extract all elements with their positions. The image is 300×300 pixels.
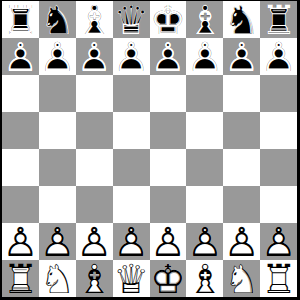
square-e1[interactable]: ♚♔ <box>150 260 187 297</box>
pawn-glyph-outline: ♙ <box>2 223 39 260</box>
square-e2[interactable]: ♟♙ <box>150 223 187 260</box>
piece-black-bishop: ♝♗ <box>76 1 113 38</box>
square-h6[interactable] <box>260 75 297 112</box>
pawn-glyph-outline: ♙ <box>150 223 187 260</box>
pawn-glyph-outline: ♙ <box>186 223 223 260</box>
pawn-glyph-fill: ♟ <box>2 38 39 75</box>
queen-glyph-fill: ♛ <box>113 260 150 297</box>
square-d5[interactable] <box>113 112 150 149</box>
piece-black-pawn: ♟♙ <box>113 38 150 75</box>
square-f3[interactable] <box>186 186 223 223</box>
piece-black-pawn: ♟♙ <box>76 38 113 75</box>
square-c4[interactable] <box>76 149 113 186</box>
piece-white-bishop: ♝♗ <box>76 260 113 297</box>
piece-black-king: ♚♔ <box>150 1 187 38</box>
piece-black-pawn: ♟♙ <box>39 38 76 75</box>
pawn-glyph-fill: ♟ <box>76 38 113 75</box>
bishop-glyph-outline: ♗ <box>76 1 113 38</box>
rook-glyph-outline: ♖ <box>260 1 297 38</box>
piece-white-pawn: ♟♙ <box>39 223 76 260</box>
pawn-glyph-outline: ♙ <box>260 223 297 260</box>
pawn-glyph-fill: ♟ <box>260 223 297 260</box>
square-d3[interactable] <box>113 186 150 223</box>
piece-white-pawn: ♟♙ <box>2 223 39 260</box>
piece-black-pawn: ♟♙ <box>186 38 223 75</box>
square-f7[interactable]: ♟♙ <box>186 38 223 75</box>
square-e4[interactable] <box>150 149 187 186</box>
square-a5[interactable] <box>2 112 39 149</box>
pawn-glyph-fill: ♟ <box>223 223 260 260</box>
pawn-glyph-outline: ♙ <box>2 38 39 75</box>
king-glyph-fill: ♚ <box>150 1 187 38</box>
pawn-glyph-fill: ♟ <box>150 223 187 260</box>
square-a8[interactable]: ♜♖ <box>2 1 39 38</box>
square-e5[interactable] <box>150 112 187 149</box>
pawn-glyph-fill: ♟ <box>2 223 39 260</box>
square-h2[interactable]: ♟♙ <box>260 223 297 260</box>
square-a7[interactable]: ♟♙ <box>2 38 39 75</box>
square-f6[interactable] <box>186 75 223 112</box>
square-g4[interactable] <box>223 149 260 186</box>
knight-glyph-outline: ♘ <box>223 260 260 297</box>
pawn-glyph-outline: ♙ <box>113 38 150 75</box>
square-h7[interactable]: ♟♙ <box>260 38 297 75</box>
rook-glyph-fill: ♜ <box>2 1 39 38</box>
square-f5[interactable] <box>186 112 223 149</box>
pawn-glyph-fill: ♟ <box>223 38 260 75</box>
piece-black-knight: ♞♘ <box>223 1 260 38</box>
pawn-glyph-outline: ♙ <box>150 38 187 75</box>
pawn-glyph-fill: ♟ <box>39 38 76 75</box>
piece-black-knight: ♞♘ <box>39 1 76 38</box>
pawn-glyph-fill: ♟ <box>76 223 113 260</box>
king-glyph-outline: ♔ <box>150 1 187 38</box>
knight-glyph-fill: ♞ <box>39 260 76 297</box>
square-b3[interactable] <box>39 186 76 223</box>
pawn-glyph-outline: ♙ <box>76 38 113 75</box>
bishop-glyph-outline: ♗ <box>76 260 113 297</box>
knight-glyph-fill: ♞ <box>223 1 260 38</box>
square-d6[interactable] <box>113 75 150 112</box>
square-f4[interactable] <box>186 149 223 186</box>
king-glyph-fill: ♚ <box>150 260 187 297</box>
square-e6[interactable] <box>150 75 187 112</box>
square-g8[interactable]: ♞♘ <box>223 1 260 38</box>
square-e8[interactable]: ♚♔ <box>150 1 187 38</box>
square-h1[interactable]: ♜♖ <box>260 260 297 297</box>
square-h4[interactable] <box>260 149 297 186</box>
knight-glyph-fill: ♞ <box>223 260 260 297</box>
rook-glyph-outline: ♖ <box>2 1 39 38</box>
pawn-glyph-outline: ♙ <box>76 223 113 260</box>
chess-board: ♜♖♞♘♝♗♛♕♚♔♝♗♞♘♜♖♟♙♟♙♟♙♟♙♟♙♟♙♟♙♟♙♟♙♟♙♟♙♟♙… <box>2 1 297 297</box>
square-d8[interactable]: ♛♕ <box>113 1 150 38</box>
square-a6[interactable] <box>2 75 39 112</box>
knight-glyph-outline: ♘ <box>39 1 76 38</box>
rook-glyph-fill: ♜ <box>260 260 297 297</box>
square-d4[interactable] <box>113 149 150 186</box>
pawn-glyph-outline: ♙ <box>39 38 76 75</box>
piece-white-pawn: ♟♙ <box>150 223 187 260</box>
piece-white-knight: ♞♘ <box>39 260 76 297</box>
queen-glyph-outline: ♕ <box>113 1 150 38</box>
rook-glyph-fill: ♜ <box>2 260 39 297</box>
square-h3[interactable] <box>260 186 297 223</box>
piece-white-pawn: ♟♙ <box>113 223 150 260</box>
square-b5[interactable] <box>39 112 76 149</box>
square-a4[interactable] <box>2 149 39 186</box>
square-c5[interactable] <box>76 112 113 149</box>
square-g1[interactable]: ♞♘ <box>223 260 260 297</box>
square-b4[interactable] <box>39 149 76 186</box>
square-b6[interactable] <box>39 75 76 112</box>
piece-white-knight: ♞♘ <box>223 260 260 297</box>
square-e3[interactable] <box>150 186 187 223</box>
square-d2[interactable]: ♟♙ <box>113 223 150 260</box>
bishop-glyph-fill: ♝ <box>186 1 223 38</box>
square-b1[interactable]: ♞♘ <box>39 260 76 297</box>
pawn-glyph-fill: ♟ <box>113 223 150 260</box>
piece-black-queen: ♛♕ <box>113 1 150 38</box>
square-c6[interactable] <box>76 75 113 112</box>
pawn-glyph-outline: ♙ <box>39 223 76 260</box>
square-c7[interactable]: ♟♙ <box>76 38 113 75</box>
square-b8[interactable]: ♞♘ <box>39 1 76 38</box>
square-g3[interactable] <box>223 186 260 223</box>
square-f1[interactable]: ♝♗ <box>186 260 223 297</box>
piece-white-pawn: ♟♙ <box>260 223 297 260</box>
pawn-glyph-fill: ♟ <box>39 223 76 260</box>
square-g6[interactable] <box>223 75 260 112</box>
square-f2[interactable]: ♟♙ <box>186 223 223 260</box>
square-c3[interactable] <box>76 186 113 223</box>
piece-white-king: ♚♔ <box>150 260 187 297</box>
square-d1[interactable]: ♛♕ <box>113 260 150 297</box>
pawn-glyph-fill: ♟ <box>260 38 297 75</box>
square-f8[interactable]: ♝♗ <box>186 1 223 38</box>
knight-glyph-outline: ♘ <box>39 260 76 297</box>
queen-glyph-fill: ♛ <box>113 1 150 38</box>
knight-glyph-outline: ♘ <box>223 1 260 38</box>
rook-glyph-fill: ♜ <box>260 1 297 38</box>
square-a3[interactable] <box>2 186 39 223</box>
piece-white-rook: ♜♖ <box>2 260 39 297</box>
square-c1[interactable]: ♝♗ <box>76 260 113 297</box>
bishop-glyph-outline: ♗ <box>186 260 223 297</box>
bishop-glyph-fill: ♝ <box>76 260 113 297</box>
square-b7[interactable]: ♟♙ <box>39 38 76 75</box>
bishop-glyph-outline: ♗ <box>186 1 223 38</box>
piece-black-pawn: ♟♙ <box>2 38 39 75</box>
square-b2[interactable]: ♟♙ <box>39 223 76 260</box>
pawn-glyph-outline: ♙ <box>186 38 223 75</box>
pawn-glyph-outline: ♙ <box>113 223 150 260</box>
board-frame: ♜♖♞♘♝♗♛♕♚♔♝♗♞♘♜♖♟♙♟♙♟♙♟♙♟♙♟♙♟♙♟♙♟♙♟♙♟♙♟♙… <box>0 0 300 300</box>
square-a2[interactable]: ♟♙ <box>2 223 39 260</box>
pawn-glyph-fill: ♟ <box>113 38 150 75</box>
pawn-glyph-fill: ♟ <box>186 38 223 75</box>
square-a1[interactable]: ♜♖ <box>2 260 39 297</box>
queen-glyph-outline: ♕ <box>113 260 150 297</box>
piece-black-rook: ♜♖ <box>2 1 39 38</box>
square-d7[interactable]: ♟♙ <box>113 38 150 75</box>
square-c2[interactable]: ♟♙ <box>76 223 113 260</box>
rook-glyph-outline: ♖ <box>2 260 39 297</box>
piece-white-queen: ♛♕ <box>113 260 150 297</box>
square-g7[interactable]: ♟♙ <box>223 38 260 75</box>
pawn-glyph-fill: ♟ <box>186 223 223 260</box>
piece-white-rook: ♜♖ <box>260 260 297 297</box>
square-h8[interactable]: ♜♖ <box>260 1 297 38</box>
square-c8[interactable]: ♝♗ <box>76 1 113 38</box>
pawn-glyph-outline: ♙ <box>260 38 297 75</box>
chess-app-window: ♜♖♞♘♝♗♛♕♚♔♝♗♞♘♜♖♟♙♟♙♟♙♟♙♟♙♟♙♟♙♟♙♟♙♟♙♟♙♟♙… <box>0 0 300 300</box>
square-h5[interactable] <box>260 112 297 149</box>
piece-white-pawn: ♟♙ <box>186 223 223 260</box>
piece-black-pawn: ♟♙ <box>150 38 187 75</box>
square-e7[interactable]: ♟♙ <box>150 38 187 75</box>
piece-black-bishop: ♝♗ <box>186 1 223 38</box>
piece-black-pawn: ♟♙ <box>260 38 297 75</box>
knight-glyph-fill: ♞ <box>39 1 76 38</box>
king-glyph-outline: ♔ <box>150 260 187 297</box>
square-g5[interactable] <box>223 112 260 149</box>
rook-glyph-outline: ♖ <box>260 260 297 297</box>
bishop-glyph-fill: ♝ <box>76 1 113 38</box>
square-g2[interactable]: ♟♙ <box>223 223 260 260</box>
piece-black-rook: ♜♖ <box>260 1 297 38</box>
piece-white-pawn: ♟♙ <box>223 223 260 260</box>
piece-black-pawn: ♟♙ <box>223 38 260 75</box>
piece-white-pawn: ♟♙ <box>76 223 113 260</box>
pawn-glyph-outline: ♙ <box>223 223 260 260</box>
piece-white-bishop: ♝♗ <box>186 260 223 297</box>
pawn-glyph-fill: ♟ <box>150 38 187 75</box>
pawn-glyph-outline: ♙ <box>223 38 260 75</box>
bishop-glyph-fill: ♝ <box>186 260 223 297</box>
